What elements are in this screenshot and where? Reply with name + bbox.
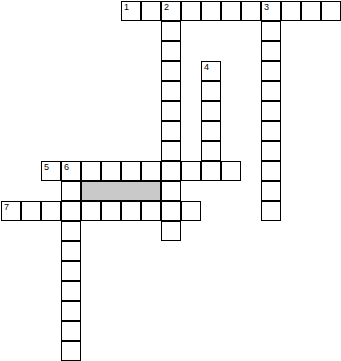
cell-r4-c10[interactable] [201, 81, 221, 101]
cell-r10-c6[interactable] [121, 201, 141, 221]
cell-r2-c8[interactable] [161, 41, 181, 61]
cell-r10-c1[interactable] [21, 201, 41, 221]
clue-number-3: 3 [264, 2, 269, 12]
cell-r0-c16[interactable] [321, 1, 341, 21]
cell-r4-c13[interactable] [261, 81, 281, 101]
cell-r5-c8[interactable] [161, 101, 181, 121]
cell-r8-c11[interactable] [221, 161, 241, 181]
cell-r0-c12[interactable] [241, 1, 261, 21]
cell-r10-c8[interactable] [161, 201, 181, 221]
cell-r5-c13[interactable] [261, 101, 281, 121]
cell-r8-c8[interactable] [161, 161, 181, 181]
cell-r0-c15[interactable] [301, 1, 321, 21]
cell-r5-c10[interactable] [201, 101, 221, 121]
cell-r7-c13[interactable] [261, 141, 281, 161]
cell-r8-c4[interactable] [81, 161, 101, 181]
cell-r15-c3[interactable] [61, 301, 81, 321]
cell-r11-c8[interactable] [161, 221, 181, 241]
cell-r8-c5[interactable] [101, 161, 121, 181]
clue-number-6: 6 [64, 162, 69, 172]
cell-r8-c7[interactable] [141, 161, 161, 181]
cell-r11-c3[interactable] [61, 221, 81, 241]
cell-r0-c11[interactable] [221, 1, 241, 21]
cell-r0-c7[interactable] [141, 1, 161, 21]
cell-r10-c5[interactable] [101, 201, 121, 221]
cell-r8-c6[interactable] [121, 161, 141, 181]
cell-r8-c3[interactable]: 6 [61, 161, 81, 181]
cell-r0-c8[interactable]: 2 [161, 1, 181, 21]
cell-r0-c13[interactable]: 3 [261, 1, 281, 21]
cell-r13-c3[interactable] [61, 261, 81, 281]
cell-r7-c8[interactable] [161, 141, 181, 161]
cell-r0-c9[interactable] [181, 1, 201, 21]
clue-number-4: 4 [204, 62, 209, 72]
cell-r8-c10[interactable] [201, 161, 221, 181]
cell-r4-c8[interactable] [161, 81, 181, 101]
clue-number-2: 2 [164, 2, 169, 12]
cell-r6-c13[interactable] [261, 121, 281, 141]
cell-r8-c13[interactable] [261, 161, 281, 181]
shaded-strip [81, 181, 161, 201]
cell-r2-c13[interactable] [261, 41, 281, 61]
cell-r10-c9[interactable] [181, 201, 201, 221]
cell-r0-c14[interactable] [281, 1, 301, 21]
cell-r16-c3[interactable] [61, 321, 81, 341]
cell-r7-c10[interactable] [201, 141, 221, 161]
clue-number-7: 7 [4, 202, 9, 212]
clue-number-1: 1 [124, 2, 129, 12]
cell-r6-c10[interactable] [201, 121, 221, 141]
clue-number-5: 5 [44, 162, 49, 172]
cell-r8-c2[interactable]: 5 [41, 161, 61, 181]
cell-r1-c8[interactable] [161, 21, 181, 41]
cell-r0-c6[interactable]: 1 [121, 1, 141, 21]
cell-r9-c3[interactable] [61, 181, 81, 201]
cell-r10-c13[interactable] [261, 201, 281, 221]
crossword-board: 1234567 [1, 1, 341, 361]
cell-r10-c4[interactable] [81, 201, 101, 221]
cell-r8-c9[interactable] [181, 161, 201, 181]
cell-r17-c3[interactable] [61, 341, 81, 361]
cell-r3-c8[interactable] [161, 61, 181, 81]
cell-r10-c2[interactable] [41, 201, 61, 221]
cell-r0-c10[interactable] [201, 1, 221, 21]
cell-r9-c13[interactable] [261, 181, 281, 201]
cell-r6-c8[interactable] [161, 121, 181, 141]
cell-r3-c13[interactable] [261, 61, 281, 81]
cell-r12-c3[interactable] [61, 241, 81, 261]
cell-r9-c8[interactable] [161, 181, 181, 201]
cell-r3-c10[interactable]: 4 [201, 61, 221, 81]
cell-r10-c3[interactable] [61, 201, 81, 221]
cell-r10-c7[interactable] [141, 201, 161, 221]
crossword-page: 1234567 [0, 0, 341, 361]
cell-r1-c13[interactable] [261, 21, 281, 41]
cell-r10-c0[interactable]: 7 [1, 201, 21, 221]
cell-r14-c3[interactable] [61, 281, 81, 301]
